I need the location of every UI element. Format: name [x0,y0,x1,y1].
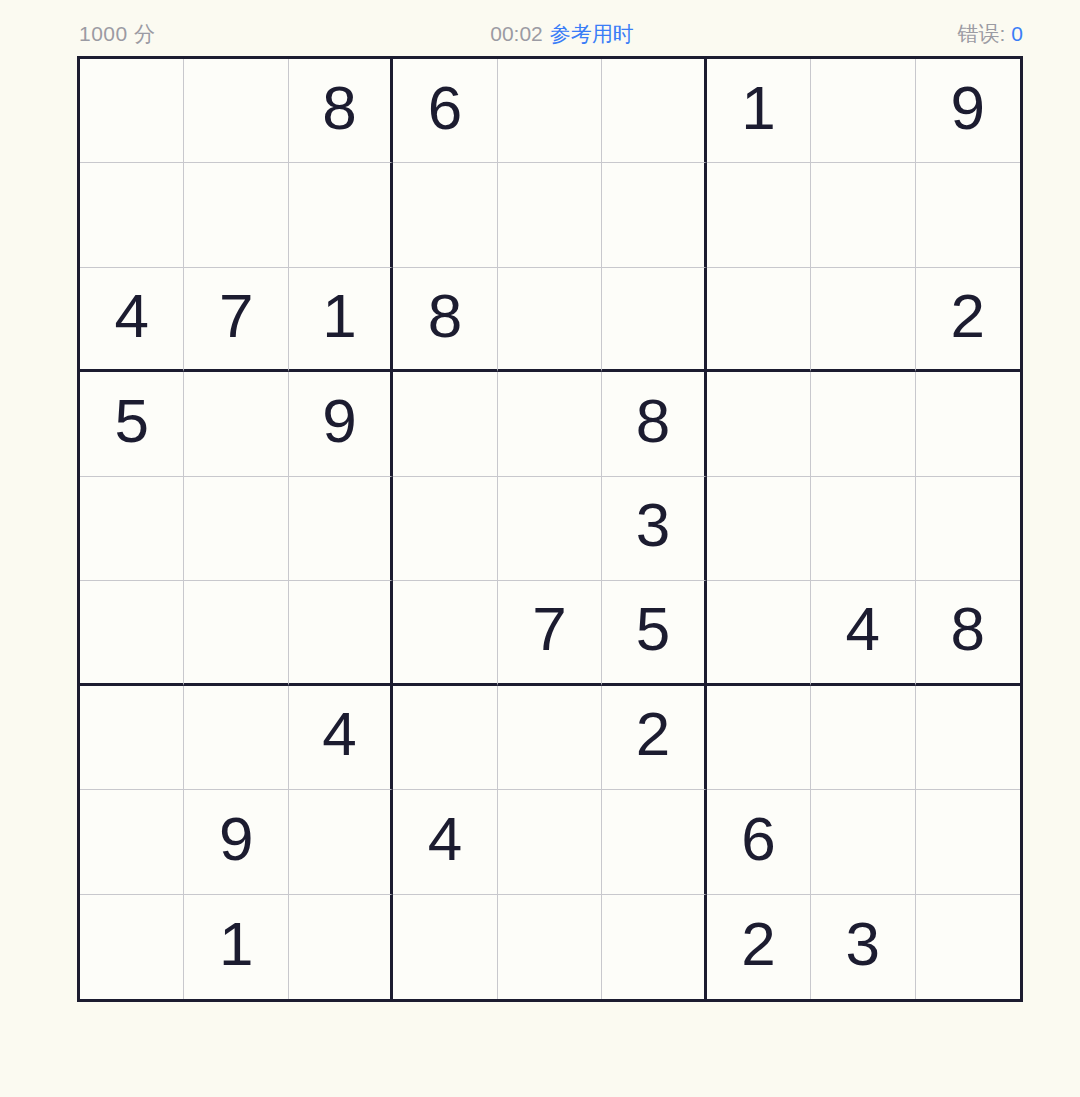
cell-r9c3[interactable] [289,895,393,999]
cell-r7c6[interactable]: 2 [602,686,706,790]
cell-r2c9[interactable] [916,163,1020,267]
cell-r4c6[interactable]: 8 [602,372,706,476]
cell-r1c7[interactable]: 1 [707,59,811,163]
cell-r4c7[interactable] [707,372,811,476]
cell-r5c7[interactable] [707,477,811,581]
cell-r1c4[interactable]: 6 [393,59,497,163]
cell-r2c6[interactable] [602,163,706,267]
cell-r7c1[interactable] [80,686,184,790]
cell-r7c8[interactable] [811,686,915,790]
cell-r1c8[interactable] [811,59,915,163]
cell-r5c1[interactable] [80,477,184,581]
errors-label: 错误: [957,22,1005,45]
cell-r7c5[interactable] [498,686,602,790]
cell-r2c7[interactable] [707,163,811,267]
cell-r8c3[interactable] [289,790,393,894]
cell-r8c8[interactable] [811,790,915,894]
errors-value: 0 [1011,22,1023,45]
cell-r1c9[interactable]: 9 [916,59,1020,163]
cell-r4c3[interactable]: 9 [289,372,393,476]
cell-r4c5[interactable] [498,372,602,476]
cell-r9c2[interactable]: 1 [184,895,288,999]
cell-r8c5[interactable] [498,790,602,894]
cell-r9c7[interactable]: 2 [707,895,811,999]
cell-r8c7[interactable]: 6 [707,790,811,894]
cell-r9c1[interactable] [80,895,184,999]
cell-r3c9[interactable]: 2 [916,268,1020,372]
cell-r3c5[interactable] [498,268,602,372]
cell-r2c8[interactable] [811,163,915,267]
cell-r6c9[interactable]: 8 [916,581,1020,685]
cell-r8c2[interactable]: 9 [184,790,288,894]
cell-r6c6[interactable]: 5 [602,581,706,685]
cell-r7c9[interactable] [916,686,1020,790]
score-label: 1000 分 [79,20,156,48]
cell-r2c4[interactable] [393,163,497,267]
cell-r5c3[interactable] [289,477,393,581]
cell-r5c8[interactable] [811,477,915,581]
cell-r3c3[interactable]: 1 [289,268,393,372]
status-bar: 1000 分 00:02参考用时 错误:0 [77,14,1023,54]
cell-r3c1[interactable]: 4 [80,268,184,372]
cell-r6c7[interactable] [707,581,811,685]
cell-r2c2[interactable] [184,163,288,267]
reference-time-label[interactable]: 参考用时 [550,22,634,45]
cell-r4c1[interactable]: 5 [80,372,184,476]
cell-r8c4[interactable]: 4 [393,790,497,894]
cell-r3c2[interactable]: 7 [184,268,288,372]
cell-r7c2[interactable] [184,686,288,790]
cell-r2c5[interactable] [498,163,602,267]
cell-r8c9[interactable] [916,790,1020,894]
cell-r9c5[interactable] [498,895,602,999]
cell-r6c1[interactable] [80,581,184,685]
cell-r7c7[interactable] [707,686,811,790]
cell-r4c2[interactable] [184,372,288,476]
time-value: 00:02 [490,22,543,45]
cell-r3c7[interactable] [707,268,811,372]
cell-r4c4[interactable] [393,372,497,476]
cell-r5c2[interactable] [184,477,288,581]
cell-r8c6[interactable] [602,790,706,894]
cell-r9c9[interactable] [916,895,1020,999]
cell-r9c6[interactable] [602,895,706,999]
cell-r7c3[interactable]: 4 [289,686,393,790]
cell-r6c8[interactable]: 4 [811,581,915,685]
cell-r3c4[interactable]: 8 [393,268,497,372]
cell-r4c8[interactable] [811,372,915,476]
cell-r5c9[interactable] [916,477,1020,581]
cell-r6c3[interactable] [289,581,393,685]
cell-r6c2[interactable] [184,581,288,685]
cell-r9c4[interactable] [393,895,497,999]
sudoku-board: 8619471825983754842946123 [77,56,1023,1002]
cell-r6c4[interactable] [393,581,497,685]
cell-r1c5[interactable] [498,59,602,163]
cell-r1c3[interactable]: 8 [289,59,393,163]
cell-r5c6[interactable]: 3 [602,477,706,581]
cell-r9c8[interactable]: 3 [811,895,915,999]
cell-r3c8[interactable] [811,268,915,372]
timer: 00:02参考用时 [490,20,634,48]
cell-r2c1[interactable] [80,163,184,267]
cell-r8c1[interactable] [80,790,184,894]
cell-r3c6[interactable] [602,268,706,372]
cell-r1c2[interactable] [184,59,288,163]
cell-r1c6[interactable] [602,59,706,163]
cell-r5c5[interactable] [498,477,602,581]
cell-r5c4[interactable] [393,477,497,581]
cell-r6c5[interactable]: 7 [498,581,602,685]
error-counter: 错误:0 [957,20,1023,48]
cell-r4c9[interactable] [916,372,1020,476]
cell-r2c3[interactable] [289,163,393,267]
cell-r7c4[interactable] [393,686,497,790]
cell-r1c1[interactable] [80,59,184,163]
